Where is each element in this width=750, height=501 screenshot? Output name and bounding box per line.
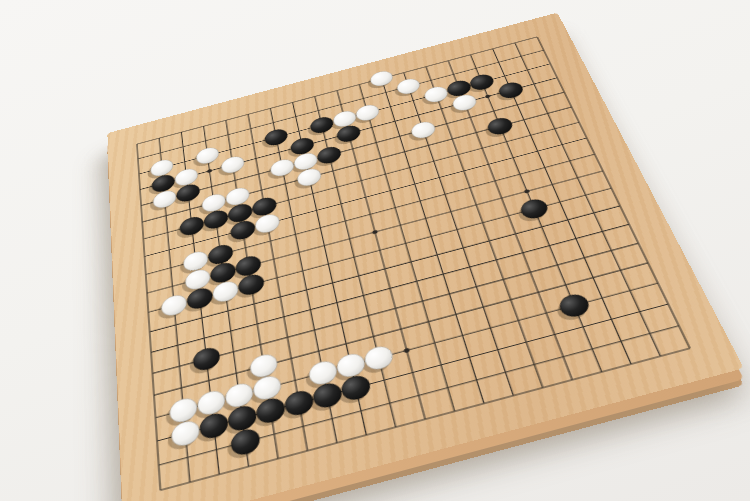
go-board-grid: [107, 13, 744, 501]
stones-layer: [148, 40, 640, 474]
photo-backdrop: [0, 0, 750, 501]
go-board: [107, 13, 744, 501]
star-points: [207, 94, 578, 398]
